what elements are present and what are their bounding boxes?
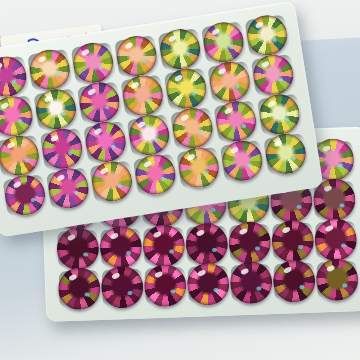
- tray-cell: [170, 107, 215, 149]
- crystal-stone: [101, 266, 144, 309]
- tray-cell: [3, 174, 48, 216]
- tray-cell: [257, 93, 302, 135]
- tray-cell: [263, 133, 308, 175]
- crystal-stone: [39, 126, 85, 172]
- tray-cell: [214, 100, 259, 142]
- tray-cell: [220, 140, 265, 182]
- tray-cell: [77, 81, 122, 123]
- crystal-stone: [0, 93, 35, 139]
- tray-cell: [164, 68, 209, 110]
- crystal-stone: [201, 19, 247, 65]
- tray-cell: [244, 14, 289, 56]
- crystal-stone: [213, 98, 259, 144]
- tray-cell: [40, 128, 85, 170]
- crystal-stone: [114, 33, 160, 79]
- crystal-stone: [229, 261, 272, 304]
- tray-cell: [120, 75, 165, 117]
- tray-cell: [83, 121, 128, 163]
- crystal-stone: [70, 40, 116, 86]
- crystal-stone: [207, 59, 253, 105]
- top-tray-grid: [0, 14, 308, 216]
- tray-cell: [100, 229, 141, 266]
- tray-cell: [89, 160, 134, 202]
- crystal-stone: [157, 26, 203, 72]
- crystal-stone: [46, 165, 92, 211]
- tray-cell: [158, 28, 203, 70]
- tray-cell: [314, 181, 355, 218]
- crystal-stone: [257, 91, 303, 137]
- crystal-stone: [120, 73, 166, 119]
- crystal-stone: [244, 12, 290, 58]
- crystal-stone: [126, 112, 172, 158]
- crystal-stone: [271, 220, 314, 263]
- crystal-stone: [0, 133, 42, 179]
- crystal-stone: [56, 227, 99, 270]
- tray-cell: [186, 226, 227, 263]
- tray-cell: [188, 266, 229, 303]
- crystal-stone: [263, 131, 309, 177]
- crystal-stone: [314, 218, 357, 261]
- tray-cell: [315, 221, 356, 258]
- crystal-stone: [315, 258, 358, 301]
- tray-cell: [0, 95, 35, 137]
- tray-cell: [27, 49, 72, 91]
- tray-cell: [207, 61, 252, 103]
- crystal-stone: [2, 172, 48, 218]
- tray-cell: [71, 42, 116, 84]
- crystal-stone: [142, 224, 185, 267]
- tray-cell: [46, 167, 91, 209]
- tray-cell: [0, 135, 41, 177]
- crystal-stone: [0, 54, 29, 100]
- crystal-stone: [33, 86, 79, 132]
- tray-cell: [251, 54, 296, 96]
- tray-cell: [229, 224, 270, 261]
- photo-scene: [0, 0, 360, 360]
- crystal-stone: [176, 145, 222, 191]
- tray-cell: [145, 267, 186, 304]
- crystal-stone: [27, 47, 73, 93]
- crystal-stone: [170, 105, 216, 151]
- crystal-stone: [83, 119, 129, 165]
- tray-cell: [0, 56, 29, 98]
- tray-cell: [114, 35, 159, 77]
- tray-cell: [231, 264, 272, 301]
- crystal-stone: [250, 52, 296, 98]
- crystal-stone: [99, 226, 142, 269]
- crystal-stone: [185, 223, 228, 266]
- crystal-stone: [58, 267, 101, 310]
- tray-cell: [176, 147, 221, 189]
- crystal-stone: [89, 158, 135, 204]
- crystal-stone: [144, 264, 187, 307]
- crystal-stone: [186, 262, 229, 305]
- tray-cell: [33, 88, 78, 130]
- tray-cell: [59, 270, 100, 307]
- tray-cell: [102, 269, 143, 306]
- crystal-stone: [77, 79, 123, 125]
- tray-cell: [57, 230, 98, 267]
- tray-cell: [127, 114, 172, 156]
- crystal-stone: [228, 221, 271, 264]
- tray-cell: [133, 154, 178, 196]
- tray-cell: [317, 261, 358, 298]
- tray-cell: [274, 263, 315, 300]
- crystal-stone: [272, 259, 315, 302]
- tray-cell: [143, 227, 184, 264]
- tray-cell: [201, 21, 246, 63]
- crystal-stone: [219, 138, 265, 184]
- crystal-stone: [133, 152, 179, 198]
- crystal-stone: [164, 66, 210, 112]
- tray-cell: [272, 223, 313, 260]
